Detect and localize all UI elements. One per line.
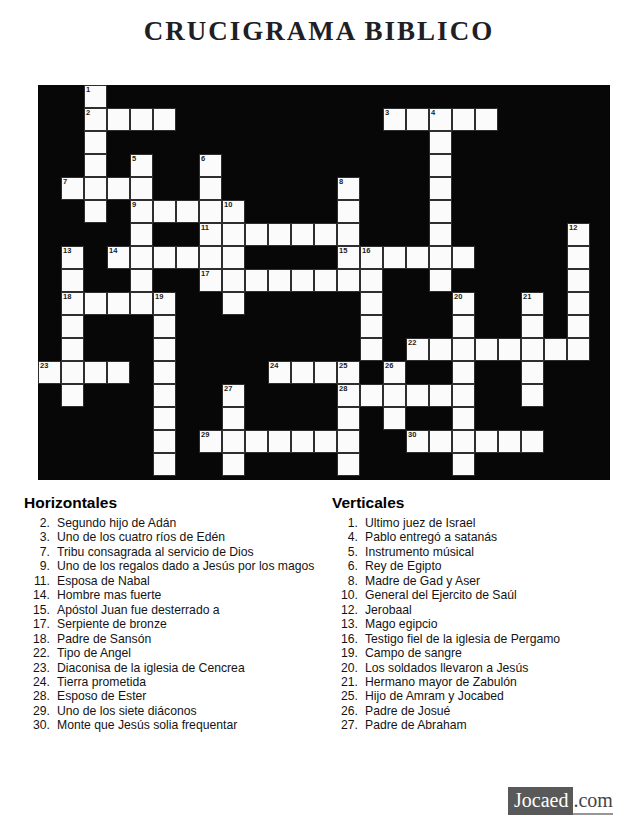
white-cell[interactable]: 7 <box>61 177 84 200</box>
white-cell[interactable] <box>406 384 429 407</box>
white-cell[interactable]: 17 <box>199 269 222 292</box>
black-cell <box>199 384 222 407</box>
black-cell <box>268 177 291 200</box>
clue-text: Rey de Egipto <box>365 559 622 573</box>
cell-number: 13 <box>63 246 71 255</box>
black-cell <box>84 453 107 476</box>
black-cell <box>268 407 291 430</box>
white-cell[interactable]: 30 <box>406 430 429 453</box>
white-cell[interactable] <box>567 269 590 292</box>
black-cell <box>314 200 337 223</box>
white-cell[interactable] <box>176 246 199 269</box>
cell-number: 27 <box>224 384 232 393</box>
white-cell[interactable] <box>107 292 130 315</box>
black-cell <box>245 407 268 430</box>
black-cell <box>567 384 590 407</box>
white-cell[interactable] <box>291 269 314 292</box>
clue-number: 1. <box>332 516 365 530</box>
black-cell <box>176 223 199 246</box>
cell-number: 6 <box>201 154 205 163</box>
white-cell[interactable] <box>153 384 176 407</box>
white-cell[interactable] <box>268 430 291 453</box>
black-cell <box>61 407 84 430</box>
black-cell <box>199 108 222 131</box>
clue-item: 5.Instrumento músical <box>332 545 622 559</box>
black-cell <box>452 177 475 200</box>
white-cell[interactable] <box>429 154 452 177</box>
white-cell[interactable] <box>360 384 383 407</box>
white-cell[interactable] <box>222 430 245 453</box>
black-cell <box>291 246 314 269</box>
cell-number: 22 <box>408 338 416 347</box>
cell-number: 4 <box>431 108 435 117</box>
white-cell[interactable] <box>337 430 360 453</box>
white-cell[interactable]: 29 <box>199 430 222 453</box>
white-cell[interactable] <box>61 315 84 338</box>
white-cell[interactable] <box>84 292 107 315</box>
black-cell <box>360 223 383 246</box>
black-cell <box>383 154 406 177</box>
clue-item: 23.Diaconisa de la iglesia de Cencrea <box>24 661 326 675</box>
black-cell <box>337 131 360 154</box>
white-cell[interactable]: 24 <box>268 361 291 384</box>
black-cell <box>176 85 199 108</box>
down-heading: Verticales <box>332 494 622 512</box>
white-cell[interactable] <box>222 292 245 315</box>
black-cell <box>61 154 84 177</box>
white-cell[interactable] <box>314 361 337 384</box>
black-cell <box>360 154 383 177</box>
clue-number: 7. <box>24 545 57 559</box>
black-cell <box>521 200 544 223</box>
white-cell[interactable] <box>245 430 268 453</box>
white-cell[interactable] <box>383 246 406 269</box>
black-cell <box>314 154 337 177</box>
white-cell[interactable] <box>452 315 475 338</box>
black-cell <box>452 131 475 154</box>
black-cell <box>383 269 406 292</box>
clue-text: Ultimo juez de Israel <box>365 516 622 530</box>
white-cell[interactable] <box>61 269 84 292</box>
clue-number: 8. <box>332 574 365 588</box>
clue-number: 19. <box>332 646 365 660</box>
black-cell <box>429 315 452 338</box>
black-cell <box>291 453 314 476</box>
white-cell[interactable] <box>153 200 176 223</box>
white-cell[interactable] <box>84 177 107 200</box>
black-cell <box>38 131 61 154</box>
white-cell[interactable]: 28 <box>337 384 360 407</box>
white-cell[interactable] <box>429 269 452 292</box>
white-cell[interactable]: 18 <box>61 292 84 315</box>
black-cell <box>475 361 498 384</box>
black-cell <box>176 453 199 476</box>
clue-text: Segundo hijo de Adán <box>57 516 326 530</box>
white-cell[interactable] <box>130 223 153 246</box>
white-cell[interactable] <box>337 453 360 476</box>
white-cell[interactable] <box>406 108 429 131</box>
white-cell[interactable] <box>360 338 383 361</box>
white-cell[interactable] <box>521 315 544 338</box>
white-cell[interactable] <box>130 246 153 269</box>
white-cell[interactable]: 9 <box>130 200 153 223</box>
white-cell[interactable] <box>130 269 153 292</box>
black-cell <box>268 108 291 131</box>
clue-number: 2. <box>24 516 57 530</box>
black-cell <box>268 338 291 361</box>
black-cell <box>475 315 498 338</box>
black-cell <box>222 108 245 131</box>
white-cell[interactable] <box>268 269 291 292</box>
black-cell <box>176 338 199 361</box>
white-cell[interactable]: 23 <box>38 361 61 384</box>
white-cell[interactable] <box>452 453 475 476</box>
black-cell <box>360 131 383 154</box>
white-cell[interactable] <box>245 269 268 292</box>
black-cell <box>61 453 84 476</box>
white-cell[interactable] <box>176 200 199 223</box>
white-cell[interactable]: 1 <box>84 85 107 108</box>
black-cell <box>452 154 475 177</box>
white-cell[interactable] <box>360 269 383 292</box>
white-cell[interactable] <box>429 338 452 361</box>
black-cell <box>222 177 245 200</box>
black-cell <box>475 269 498 292</box>
cell-number: 16 <box>362 246 370 255</box>
black-cell <box>176 407 199 430</box>
black-cell <box>245 85 268 108</box>
white-cell[interactable] <box>521 338 544 361</box>
black-cell <box>268 246 291 269</box>
black-cell <box>314 85 337 108</box>
black-cell <box>130 453 153 476</box>
black-cell <box>498 407 521 430</box>
clue-number: 28. <box>24 689 57 703</box>
white-cell[interactable] <box>567 338 590 361</box>
white-cell[interactable] <box>153 453 176 476</box>
white-cell[interactable] <box>567 246 590 269</box>
white-cell[interactable] <box>337 223 360 246</box>
white-cell[interactable] <box>314 269 337 292</box>
black-cell <box>84 246 107 269</box>
white-cell[interactable] <box>429 430 452 453</box>
black-cell <box>452 85 475 108</box>
white-cell[interactable]: 19 <box>153 292 176 315</box>
clue-number: 12. <box>332 603 365 617</box>
black-cell <box>61 131 84 154</box>
white-cell[interactable] <box>291 361 314 384</box>
white-cell[interactable]: 3 <box>383 108 406 131</box>
white-cell[interactable] <box>222 223 245 246</box>
white-cell[interactable] <box>222 407 245 430</box>
black-cell <box>84 223 107 246</box>
white-cell[interactable]: 12 <box>567 223 590 246</box>
black-cell <box>498 269 521 292</box>
white-cell[interactable] <box>429 131 452 154</box>
black-cell <box>107 269 130 292</box>
black-cell <box>84 315 107 338</box>
white-cell[interactable] <box>498 338 521 361</box>
clue-number: 27. <box>332 718 365 732</box>
white-cell[interactable] <box>452 361 475 384</box>
clue-item: 27.Padre de Abraham <box>332 718 622 732</box>
clue-number: 21. <box>332 675 365 689</box>
black-cell <box>360 200 383 223</box>
black-cell <box>498 154 521 177</box>
black-cell <box>176 269 199 292</box>
white-cell[interactable] <box>521 361 544 384</box>
black-cell <box>567 361 590 384</box>
white-cell[interactable] <box>107 361 130 384</box>
black-cell <box>360 361 383 384</box>
black-cell <box>383 315 406 338</box>
white-cell[interactable] <box>544 338 567 361</box>
white-cell[interactable]: 14 <box>107 246 130 269</box>
white-cell[interactable]: 8 <box>337 177 360 200</box>
crossword-page: CRUCIGRAMA BIBLICO 123456789101112131415… <box>0 0 638 826</box>
white-cell[interactable] <box>429 223 452 246</box>
clue-number: 25. <box>332 689 365 703</box>
black-cell <box>475 200 498 223</box>
black-cell <box>383 85 406 108</box>
white-cell[interactable] <box>199 246 222 269</box>
black-cell <box>475 407 498 430</box>
cell-number: 5 <box>132 154 136 163</box>
clue-number: 10. <box>332 588 365 602</box>
white-cell[interactable] <box>291 223 314 246</box>
black-cell <box>107 338 130 361</box>
black-cell <box>84 384 107 407</box>
clue-text: Hermano mayor de Zabulón <box>365 675 622 689</box>
white-cell[interactable] <box>245 223 268 246</box>
black-cell <box>291 200 314 223</box>
black-cell <box>567 85 590 108</box>
white-cell[interactable] <box>337 269 360 292</box>
black-cell <box>107 453 130 476</box>
white-cell[interactable] <box>383 384 406 407</box>
black-cell <box>314 131 337 154</box>
black-cell <box>544 407 567 430</box>
black-cell <box>107 200 130 223</box>
white-cell[interactable] <box>521 384 544 407</box>
black-cell <box>153 154 176 177</box>
clue-number: 4. <box>332 530 365 544</box>
white-cell[interactable] <box>130 108 153 131</box>
white-cell[interactable] <box>475 430 498 453</box>
black-cell <box>360 177 383 200</box>
clue-item: 18.Padre de Sansón <box>24 632 326 646</box>
white-cell[interactable]: 2 <box>84 108 107 131</box>
black-cell <box>291 131 314 154</box>
black-cell <box>567 108 590 131</box>
black-cell <box>153 177 176 200</box>
clue-item: 21.Hermano mayor de Zabulón <box>332 675 622 689</box>
white-cell[interactable]: 15 <box>337 246 360 269</box>
black-cell <box>38 269 61 292</box>
logo-suffix: .com <box>573 789 612 815</box>
white-cell[interactable] <box>153 407 176 430</box>
white-cell[interactable] <box>61 384 84 407</box>
white-cell[interactable] <box>130 292 153 315</box>
white-cell[interactable] <box>452 384 475 407</box>
black-cell <box>360 85 383 108</box>
black-cell <box>475 85 498 108</box>
clue-text: Instrumento músical <box>365 545 622 559</box>
black-cell <box>498 384 521 407</box>
white-cell[interactable] <box>383 407 406 430</box>
black-cell <box>314 338 337 361</box>
black-cell <box>61 85 84 108</box>
white-cell[interactable] <box>429 177 452 200</box>
black-cell <box>268 384 291 407</box>
black-cell <box>544 453 567 476</box>
white-cell[interactable]: 22 <box>406 338 429 361</box>
white-cell[interactable] <box>268 223 291 246</box>
black-cell <box>314 384 337 407</box>
white-cell[interactable] <box>452 430 475 453</box>
white-cell[interactable] <box>314 223 337 246</box>
white-cell[interactable] <box>199 200 222 223</box>
black-cell <box>245 154 268 177</box>
black-cell <box>291 338 314 361</box>
white-cell[interactable] <box>452 108 475 131</box>
black-cell <box>383 131 406 154</box>
white-cell[interactable] <box>153 315 176 338</box>
black-cell <box>498 453 521 476</box>
black-cell <box>544 131 567 154</box>
white-cell[interactable]: 6 <box>199 154 222 177</box>
white-cell[interactable]: 20 <box>452 292 475 315</box>
white-cell[interactable] <box>84 361 107 384</box>
white-cell[interactable]: 13 <box>61 246 84 269</box>
white-cell[interactable] <box>107 177 130 200</box>
black-cell <box>130 430 153 453</box>
white-cell[interactable] <box>337 407 360 430</box>
black-cell <box>521 453 544 476</box>
white-cell[interactable] <box>107 108 130 131</box>
cell-number: 19 <box>155 292 163 301</box>
white-cell[interactable] <box>222 246 245 269</box>
white-cell[interactable] <box>84 200 107 223</box>
white-cell[interactable]: 11 <box>199 223 222 246</box>
white-cell[interactable] <box>452 407 475 430</box>
clue-text: Padre de Josué <box>365 704 622 718</box>
clue-number: 3. <box>24 530 57 544</box>
white-cell[interactable] <box>84 131 107 154</box>
black-cell <box>222 85 245 108</box>
white-cell[interactable] <box>521 430 544 453</box>
white-cell[interactable] <box>337 200 360 223</box>
black-cell <box>61 430 84 453</box>
white-cell[interactable] <box>61 338 84 361</box>
white-cell[interactable] <box>475 338 498 361</box>
white-cell[interactable] <box>84 154 107 177</box>
black-cell <box>521 108 544 131</box>
white-cell[interactable] <box>222 269 245 292</box>
black-cell <box>521 269 544 292</box>
black-cell <box>61 108 84 131</box>
across-heading: Horizontales <box>24 494 326 512</box>
black-cell <box>452 269 475 292</box>
black-cell <box>107 384 130 407</box>
white-cell[interactable]: 16 <box>360 246 383 269</box>
white-cell[interactable]: 5 <box>130 154 153 177</box>
white-cell[interactable] <box>360 292 383 315</box>
white-cell[interactable]: 21 <box>521 292 544 315</box>
black-cell <box>406 315 429 338</box>
white-cell[interactable] <box>429 246 452 269</box>
black-cell <box>38 154 61 177</box>
black-cell <box>521 177 544 200</box>
black-cell <box>567 430 590 453</box>
white-cell[interactable] <box>475 108 498 131</box>
white-cell[interactable]: 26 <box>383 361 406 384</box>
white-cell[interactable] <box>406 246 429 269</box>
white-cell[interactable]: 27 <box>222 384 245 407</box>
white-cell[interactable]: 4 <box>429 108 452 131</box>
black-cell <box>498 315 521 338</box>
white-cell[interactable] <box>61 361 84 384</box>
clue-number: 16. <box>332 632 365 646</box>
clue-item: 15.Apóstol Juan fue desterrado a <box>24 603 326 617</box>
black-cell <box>429 292 452 315</box>
black-cell <box>406 223 429 246</box>
black-cell <box>268 453 291 476</box>
black-cell <box>567 453 590 476</box>
white-cell[interactable] <box>222 453 245 476</box>
white-cell[interactable]: 25 <box>337 361 360 384</box>
clue-text: Apóstol Juan fue desterrado a <box>57 603 326 617</box>
black-cell <box>176 154 199 177</box>
site-logo[interactable]: Jocaed.com <box>508 787 613 815</box>
white-cell[interactable] <box>153 338 176 361</box>
black-cell <box>222 315 245 338</box>
white-cell[interactable] <box>429 200 452 223</box>
clue-text: Pablo entregó a satanás <box>365 530 622 544</box>
black-cell <box>544 292 567 315</box>
clue-text: Esposa de Nabal <box>57 574 326 588</box>
white-cell[interactable] <box>429 384 452 407</box>
white-cell[interactable] <box>199 177 222 200</box>
black-cell <box>383 292 406 315</box>
white-cell[interactable] <box>130 177 153 200</box>
white-cell[interactable] <box>452 338 475 361</box>
clue-text: Uno de los cuatro ríos de Edén <box>57 530 326 544</box>
white-cell[interactable] <box>567 315 590 338</box>
white-cell[interactable]: 10 <box>222 200 245 223</box>
black-cell <box>38 407 61 430</box>
white-cell[interactable] <box>360 315 383 338</box>
white-cell[interactable] <box>567 292 590 315</box>
black-cell <box>360 430 383 453</box>
cell-number: 10 <box>224 200 232 209</box>
white-cell[interactable] <box>314 430 337 453</box>
white-cell[interactable] <box>153 108 176 131</box>
black-cell <box>337 108 360 131</box>
white-cell[interactable] <box>153 430 176 453</box>
white-cell[interactable] <box>291 430 314 453</box>
black-cell <box>268 292 291 315</box>
black-cell <box>130 407 153 430</box>
white-cell[interactable] <box>452 246 475 269</box>
white-cell[interactable] <box>153 361 176 384</box>
black-cell <box>199 453 222 476</box>
white-cell[interactable] <box>498 430 521 453</box>
black-cell <box>268 200 291 223</box>
black-cell <box>314 108 337 131</box>
white-cell[interactable] <box>153 246 176 269</box>
clue-number: 23. <box>24 661 57 675</box>
